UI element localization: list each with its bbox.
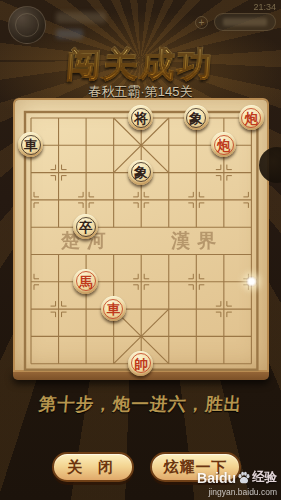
level-complete-screen: 21:34 + 闯关成功 春秋五霸·第145关 楚河漢界 将象炮車炮象卒馬車帥 … [0,0,281,500]
success-title: 闯关成功 [0,42,281,88]
piece-black-elephant[interactable]: 象 [128,160,153,185]
player-avatar[interactable] [8,6,46,44]
topbar-button-label-blurred [223,18,267,26]
solution-text: 第十步，炮一进六，胜出 [0,392,281,416]
player-name-blurred [56,12,106,23]
topbar-button-dim[interactable] [214,13,276,31]
xiangqi-board: 楚河漢界 将象炮車炮象卒馬車帥 [15,100,267,378]
piece-red-cannon[interactable]: 炮 [211,132,236,157]
piece-black-general[interactable]: 将 [128,105,153,130]
pieces-layer: 将象炮車炮象卒馬車帥 [17,104,265,377]
watermark-brand-suffix: 经验 [252,469,277,486]
level-subtitle: 春秋五霸·第145关 [0,83,281,101]
close-button[interactable]: 关 闭 [52,452,134,482]
plus-icon[interactable]: + [195,16,208,29]
show-off-button[interactable]: 炫耀一下 [150,452,241,482]
last-move-origin-dot [246,276,257,287]
player-rank-blurred [56,29,83,39]
piece-red-horse[interactable]: 馬 [73,269,98,294]
piece-black-soldier[interactable]: 卒 [73,214,98,239]
piece-red-cannon[interactable]: 炮 [239,105,264,130]
clock-text: 21:34 [253,2,276,12]
piece-red-chariot[interactable]: 車 [101,296,126,321]
piece-black-elephant[interactable]: 象 [184,105,209,130]
piece-black-chariot[interactable]: 車 [18,132,43,157]
piece-red-general[interactable]: 帥 [128,351,153,376]
watermark-url: jingyan.baidu.com [197,487,277,497]
